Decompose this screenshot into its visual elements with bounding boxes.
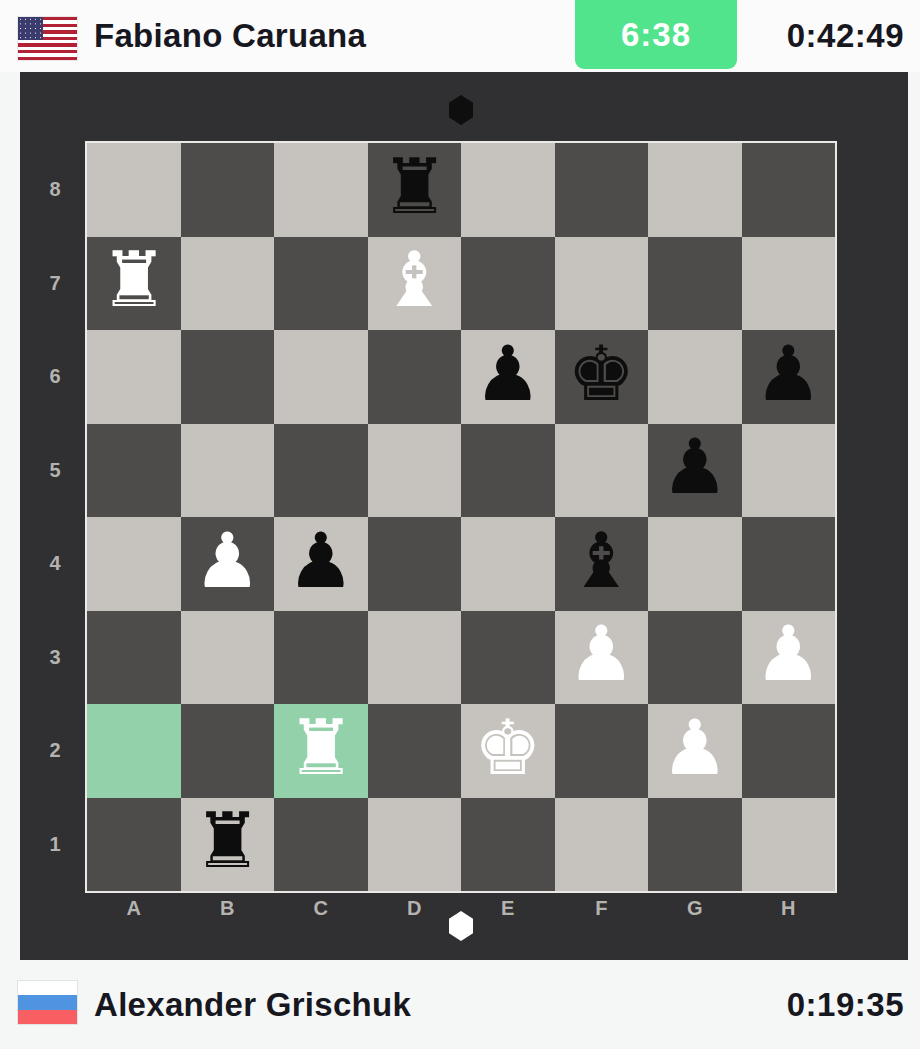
piece-bP-h6: ♟ [754, 336, 822, 412]
square-d3[interactable] [368, 611, 462, 705]
square-h1[interactable] [742, 798, 836, 892]
square-g6[interactable] [648, 330, 742, 424]
piece-wP-b4: ♟ [193, 523, 261, 599]
square-c6[interactable] [274, 330, 368, 424]
us-flag-icon [18, 17, 77, 60]
ru-flag-icon [18, 981, 77, 1024]
square-a3[interactable] [87, 611, 181, 705]
us-flag-canton [18, 17, 43, 40]
piece-wB-d7: ♝ [380, 242, 448, 318]
rank-labels: 87654321 [40, 143, 70, 891]
square-g2[interactable]: ♟ [648, 704, 742, 798]
square-d4[interactable] [368, 517, 462, 611]
rank-label-4: 4 [40, 517, 70, 611]
bottom-player-bar: Alexander Grischuk 0:19:35 [0, 960, 920, 1049]
piece-wR-c2: ♜ [287, 710, 355, 786]
piece-bK-f6: ♚ [567, 336, 635, 412]
square-b2[interactable] [181, 704, 275, 798]
piece-wP-g2: ♟ [661, 710, 729, 786]
piece-wK-e2: ♚ [474, 710, 542, 786]
square-c8[interactable] [274, 143, 368, 237]
file-label-b: B [181, 893, 275, 923]
rank-label-1: 1 [40, 798, 70, 892]
square-h6[interactable]: ♟ [742, 330, 836, 424]
square-g4[interactable] [648, 517, 742, 611]
bottom-player-name: Alexander Grischuk [94, 960, 411, 1049]
rank-label-7: 7 [40, 237, 70, 331]
square-f4[interactable]: ♝ [555, 517, 649, 611]
square-h3[interactable]: ♟ [742, 611, 836, 705]
square-h5[interactable] [742, 424, 836, 518]
square-f8[interactable] [555, 143, 649, 237]
square-f5[interactable] [555, 424, 649, 518]
piece-bR-d8: ♜ [380, 149, 448, 225]
chess-board-grid: ♜♜♝♟♚♟♟♟♟♝♟♟♜♚♟♜ [87, 143, 835, 891]
piece-bP-e6: ♟ [474, 336, 542, 412]
square-b6[interactable] [181, 330, 275, 424]
square-d1[interactable] [368, 798, 462, 892]
square-g1[interactable] [648, 798, 742, 892]
square-e7[interactable] [461, 237, 555, 331]
square-a2[interactable] [87, 704, 181, 798]
top-player-bar: Fabiano Caruana 6:38 0:42:49 [0, 0, 920, 72]
square-d2[interactable] [368, 704, 462, 798]
square-a1[interactable] [87, 798, 181, 892]
square-b1[interactable]: ♜ [181, 798, 275, 892]
file-label-f: F [555, 893, 649, 923]
rank-label-6: 6 [40, 330, 70, 424]
piece-bP-g5: ♟ [661, 429, 729, 505]
square-b5[interactable] [181, 424, 275, 518]
square-g3[interactable] [648, 611, 742, 705]
square-b8[interactable] [181, 143, 275, 237]
file-label-h: H [742, 893, 836, 923]
square-a5[interactable] [87, 424, 181, 518]
move-timer-badge: 6:38 [575, 0, 737, 69]
square-g5[interactable]: ♟ [648, 424, 742, 518]
top-player-total-time: 0:42:49 [787, 0, 904, 72]
square-h7[interactable] [742, 237, 836, 331]
piece-bB-f4: ♝ [567, 523, 635, 599]
square-f7[interactable] [555, 237, 649, 331]
piece-wR-a7: ♜ [100, 242, 168, 318]
square-b3[interactable] [181, 611, 275, 705]
square-c3[interactable] [274, 611, 368, 705]
square-c7[interactable] [274, 237, 368, 331]
square-h8[interactable] [742, 143, 836, 237]
file-label-e: E [461, 893, 555, 923]
piece-wP-f3: ♟ [567, 616, 635, 692]
square-h2[interactable] [742, 704, 836, 798]
bottom-player-total-time: 0:19:35 [787, 960, 904, 1049]
rank-label-5: 5 [40, 424, 70, 518]
rank-label-3: 3 [40, 611, 70, 705]
board-panel: 87654321 ♜♜♝♟♚♟♟♟♟♝♟♟♜♚♟♜ ABCDEFGH [20, 72, 908, 960]
square-f2[interactable] [555, 704, 649, 798]
square-f1[interactable] [555, 798, 649, 892]
piece-bP-c4: ♟ [287, 523, 355, 599]
chess-board: ♜♜♝♟♚♟♟♟♟♝♟♟♜♚♟♜ [85, 141, 837, 893]
square-g8[interactable] [648, 143, 742, 237]
file-label-g: G [648, 893, 742, 923]
chess-game-view: Fabiano Caruana 6:38 0:42:49 87654321 ♜♜… [0, 0, 920, 1049]
square-a7[interactable]: ♜ [87, 237, 181, 331]
file-label-d: D [368, 893, 462, 923]
square-e4[interactable] [461, 517, 555, 611]
square-e3[interactable] [461, 611, 555, 705]
piece-bR-b1: ♜ [193, 803, 261, 879]
square-a8[interactable] [87, 143, 181, 237]
square-a4[interactable] [87, 517, 181, 611]
square-e2[interactable]: ♚ [461, 704, 555, 798]
square-d7[interactable]: ♝ [368, 237, 462, 331]
square-a6[interactable] [87, 330, 181, 424]
square-h4[interactable] [742, 517, 836, 611]
piece-wP-h3: ♟ [754, 616, 822, 692]
square-e6[interactable]: ♟ [461, 330, 555, 424]
top-player-name: Fabiano Caruana [94, 0, 366, 72]
square-d8[interactable]: ♜ [368, 143, 462, 237]
square-c2[interactable]: ♜ [274, 704, 368, 798]
rank-label-2: 2 [40, 704, 70, 798]
square-c5[interactable] [274, 424, 368, 518]
square-d5[interactable] [368, 424, 462, 518]
square-c4[interactable]: ♟ [274, 517, 368, 611]
square-g7[interactable] [648, 237, 742, 331]
square-f3[interactable]: ♟ [555, 611, 649, 705]
square-b7[interactable] [181, 237, 275, 331]
file-label-a: A [87, 893, 181, 923]
square-c1[interactable] [274, 798, 368, 892]
file-label-c: C [274, 893, 368, 923]
square-f6[interactable]: ♚ [555, 330, 649, 424]
rank-label-8: 8 [40, 143, 70, 237]
square-d6[interactable] [368, 330, 462, 424]
black-turn-hexagon-icon [449, 95, 473, 125]
square-e5[interactable] [461, 424, 555, 518]
square-b4[interactable]: ♟ [181, 517, 275, 611]
square-e8[interactable] [461, 143, 555, 237]
square-e1[interactable] [461, 798, 555, 892]
